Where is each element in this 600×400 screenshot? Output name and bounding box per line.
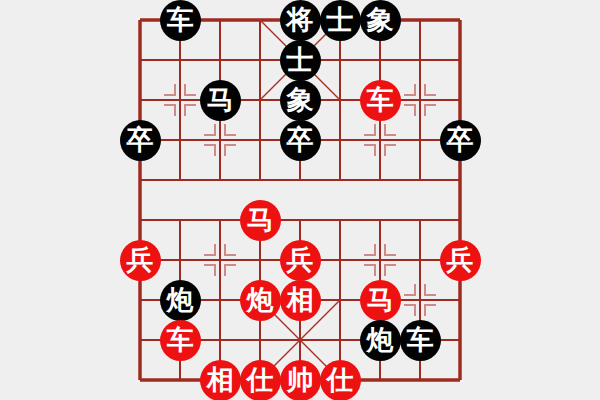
piece-black-elephant[interactable]: 象 [280,80,321,121]
piece-red-general[interactable]: 帅 [280,360,321,400]
point-marker [425,105,436,116]
point-marker [425,84,436,95]
piece-red-soldier[interactable]: 兵 [120,240,161,281]
piece-black-elephant[interactable]: 象 [360,0,401,41]
point-marker [385,145,396,156]
point-marker [404,284,415,295]
point-marker [425,305,436,316]
point-marker [225,265,236,276]
xiangqi-board: 车将士象士马象车卒卒卒马兵兵兵炮炮相马车炮车相仕帅仕 [0,0,600,400]
piece-red-chariot[interactable]: 车 [160,320,201,361]
point-marker [404,305,415,316]
piece-black-horse[interactable]: 马 [200,80,241,121]
point-marker [204,265,215,276]
point-marker [225,124,236,135]
point-marker [164,105,175,116]
point-marker [225,244,236,255]
point-marker [385,124,396,135]
point-marker [404,105,415,116]
piece-red-elephant[interactable]: 相 [280,280,321,321]
point-marker [204,145,215,156]
piece-black-general[interactable]: 将 [280,0,321,41]
point-marker [185,84,196,95]
piece-black-cannon[interactable]: 炮 [160,280,201,321]
point-marker [204,124,215,135]
piece-black-chariot[interactable]: 车 [400,320,441,361]
piece-red-soldier[interactable]: 兵 [440,240,481,281]
piece-black-advisor[interactable]: 士 [280,40,321,81]
piece-red-horse[interactable]: 马 [240,200,281,241]
piece-red-advisor[interactable]: 仕 [320,360,361,400]
point-marker [385,265,396,276]
point-marker [404,84,415,95]
piece-black-soldier[interactable]: 卒 [440,120,481,161]
piece-red-chariot[interactable]: 车 [360,80,401,121]
point-marker [364,145,375,156]
piece-black-cannon[interactable]: 炮 [360,320,401,361]
point-marker [385,244,396,255]
point-marker [425,284,436,295]
point-marker [225,145,236,156]
piece-red-advisor[interactable]: 仕 [240,360,281,400]
point-marker [364,265,375,276]
piece-black-advisor[interactable]: 士 [320,0,361,41]
point-marker [204,244,215,255]
piece-red-cannon[interactable]: 炮 [240,280,281,321]
piece-black-soldier[interactable]: 卒 [280,120,321,161]
piece-black-soldier[interactable]: 卒 [120,120,161,161]
point-marker [185,105,196,116]
point-marker [164,84,175,95]
point-marker [364,124,375,135]
piece-red-soldier[interactable]: 兵 [280,240,321,281]
piece-red-elephant[interactable]: 相 [200,360,241,400]
point-marker [364,244,375,255]
piece-red-horse[interactable]: 马 [360,280,401,321]
piece-black-chariot[interactable]: 车 [160,0,201,41]
